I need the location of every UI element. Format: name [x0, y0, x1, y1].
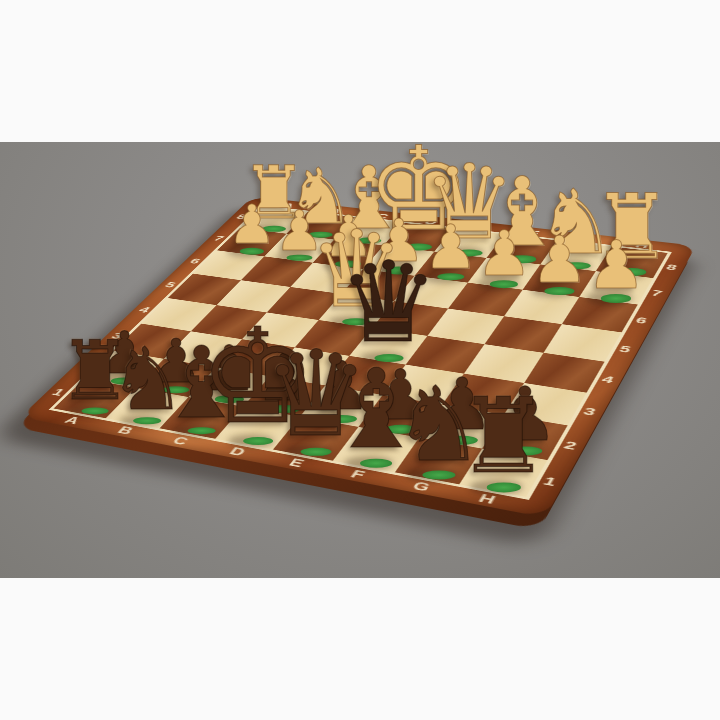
piece-white-pawn-g7[interactable]: ♟ — [531, 228, 589, 292]
piece-white-pawn-f7[interactable]: ♟ — [476, 222, 532, 285]
piece-white-pawn-a7[interactable]: ♟ — [228, 199, 276, 253]
piece-white-pawn-h7[interactable]: ♟ — [587, 233, 647, 300]
piece-dark-rook-h1[interactable]: ♜ — [457, 384, 551, 488]
